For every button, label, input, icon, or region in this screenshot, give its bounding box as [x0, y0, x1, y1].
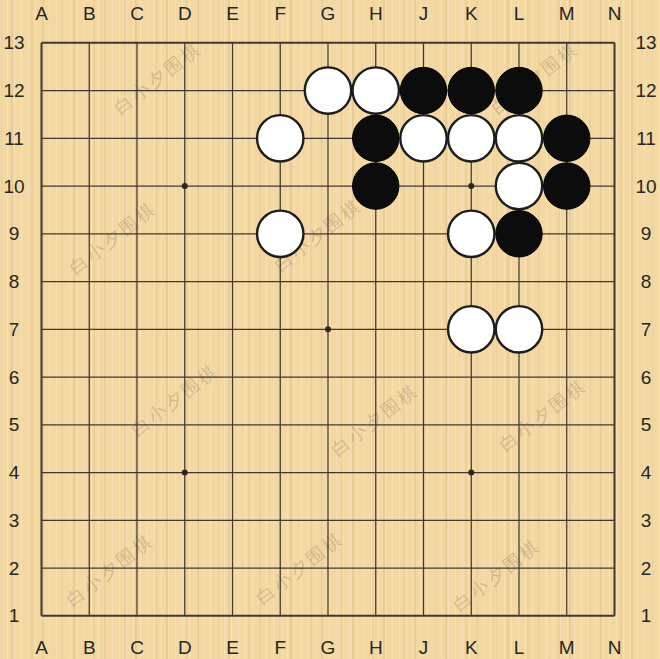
stone-white-H12[interactable] — [353, 67, 399, 113]
coord-label-top-A: A — [35, 3, 48, 24]
coord-label-right-13: 13 — [635, 32, 656, 53]
coord-label-left-13: 13 — [3, 32, 24, 53]
stone-black-H10[interactable] — [353, 163, 399, 209]
coord-label-bottom-C: C — [130, 637, 144, 658]
coord-label-bottom-L: L — [514, 637, 525, 658]
coord-label-top-H: H — [369, 3, 383, 24]
stone-black-M11[interactable] — [544, 115, 590, 161]
stone-black-L9[interactable] — [496, 211, 542, 257]
stone-white-K7[interactable] — [448, 306, 494, 352]
coord-label-top-M: M — [559, 3, 575, 24]
coord-label-right-8: 8 — [641, 271, 652, 292]
stone-white-F9[interactable] — [257, 211, 303, 257]
coord-label-left-3: 3 — [9, 510, 20, 531]
coord-label-right-12: 12 — [635, 80, 656, 101]
coord-label-bottom-D: D — [178, 637, 192, 658]
coord-label-top-G: G — [321, 3, 336, 24]
coord-label-right-11: 11 — [636, 128, 656, 149]
star-point-K10 — [468, 183, 474, 189]
coord-label-bottom-M: M — [559, 637, 575, 658]
stone-white-K9[interactable] — [448, 211, 494, 257]
stone-black-H11[interactable] — [353, 115, 399, 161]
coord-label-left-6: 6 — [9, 367, 20, 388]
stone-white-L7[interactable] — [496, 306, 542, 352]
coord-label-bottom-G: G — [321, 637, 336, 658]
stone-white-L11[interactable] — [496, 115, 542, 161]
coord-label-top-C: C — [130, 3, 144, 24]
coord-label-top-B: B — [83, 3, 96, 24]
coord-label-bottom-E: E — [226, 637, 239, 658]
board-canvas: 白小夕围棋白小夕围棋白小夕围棋白小夕围棋白小夕围棋白小夕围棋白小夕围棋白小夕围棋… — [0, 0, 660, 659]
coord-label-right-4: 4 — [641, 462, 652, 483]
coord-label-top-E: E — [226, 3, 239, 24]
coord-label-bottom-H: H — [369, 637, 383, 658]
coord-label-bottom-B: B — [83, 637, 96, 658]
stone-white-F11[interactable] — [257, 115, 303, 161]
coord-label-left-9: 9 — [9, 223, 20, 244]
coord-label-left-2: 2 — [9, 558, 20, 579]
coord-label-bottom-N: N — [608, 637, 622, 658]
coord-label-top-L: L — [514, 3, 525, 24]
coord-label-left-11: 11 — [4, 128, 24, 149]
coord-label-top-D: D — [178, 3, 192, 24]
stone-black-L12[interactable] — [496, 67, 542, 113]
coord-label-bottom-K: K — [465, 637, 478, 658]
stone-white-G12[interactable] — [305, 67, 351, 113]
coord-label-bottom-F: F — [274, 637, 286, 658]
stone-white-J11[interactable] — [400, 115, 446, 161]
coord-label-left-1: 1 — [9, 605, 20, 626]
coord-label-left-7: 7 — [9, 319, 20, 340]
coord-label-right-6: 6 — [641, 367, 652, 388]
coord-label-left-12: 12 — [3, 80, 24, 101]
star-point-D10 — [182, 183, 188, 189]
coord-label-right-9: 9 — [641, 223, 652, 244]
coord-label-right-3: 3 — [641, 510, 652, 531]
go-board[interactable]: AABBCCDDEEFFGGHHJJKKLLMMNN13131212111110… — [0, 0, 660, 659]
coord-label-right-2: 2 — [641, 558, 652, 579]
stone-black-J12[interactable] — [400, 67, 446, 113]
coord-label-left-8: 8 — [9, 271, 20, 292]
coord-label-left-10: 10 — [3, 176, 24, 197]
coord-label-top-K: K — [465, 3, 478, 24]
stone-white-L10[interactable] — [496, 163, 542, 209]
coord-label-right-7: 7 — [641, 319, 652, 340]
stone-black-K12[interactable] — [448, 67, 494, 113]
coord-label-bottom-J: J — [419, 637, 429, 658]
coord-label-top-N: N — [608, 3, 622, 24]
star-point-G7 — [325, 326, 331, 332]
coord-label-right-5: 5 — [641, 414, 652, 435]
stone-black-M10[interactable] — [544, 163, 590, 209]
coord-label-right-1: 1 — [641, 605, 652, 626]
star-point-D4 — [182, 470, 188, 476]
coord-label-bottom-A: A — [35, 637, 48, 658]
stone-white-K11[interactable] — [448, 115, 494, 161]
coord-label-top-J: J — [419, 3, 429, 24]
star-point-K4 — [468, 470, 474, 476]
coord-label-top-F: F — [274, 3, 286, 24]
coord-label-left-4: 4 — [9, 462, 20, 483]
coord-label-left-5: 5 — [9, 414, 20, 435]
coord-label-right-10: 10 — [635, 176, 656, 197]
